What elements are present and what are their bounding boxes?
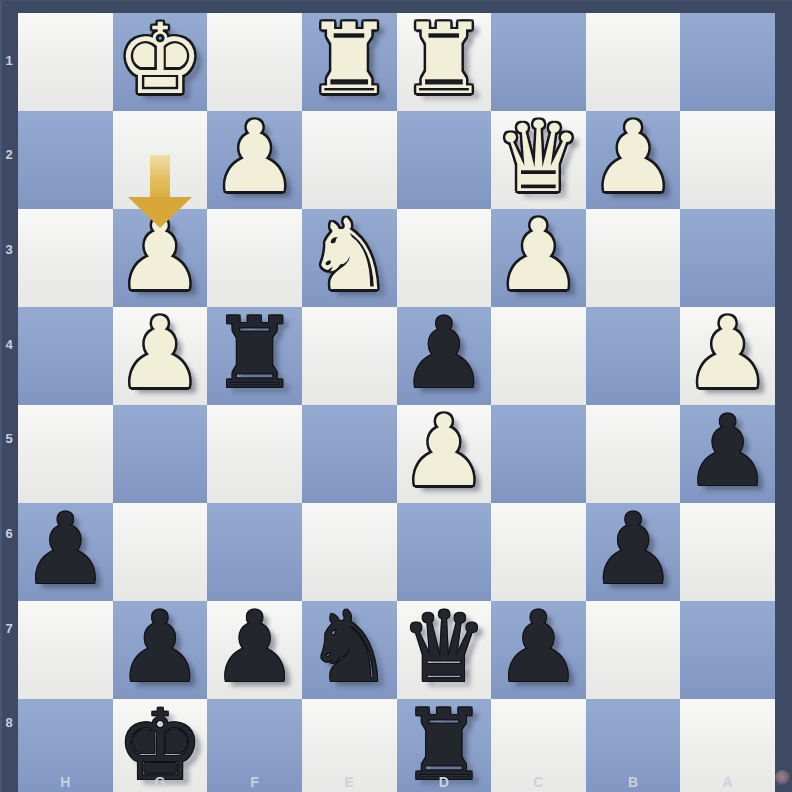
rank-label-4: 4: [0, 297, 18, 392]
file-label-e: E: [302, 772, 397, 792]
square-f2[interactable]: ♟: [207, 111, 302, 209]
piece-black-pawn[interactable]: ♟: [589, 500, 677, 598]
square-b7[interactable]: [586, 601, 681, 699]
square-b2[interactable]: ♟: [586, 111, 681, 209]
piece-white-rook[interactable]: ♜: [305, 10, 393, 108]
square-b4[interactable]: [586, 307, 681, 405]
square-h1[interactable]: [18, 13, 113, 111]
square-b1[interactable]: [586, 13, 681, 111]
square-c1[interactable]: [491, 13, 586, 111]
square-b5[interactable]: [586, 405, 681, 503]
piece-black-queen[interactable]: ♛: [400, 598, 488, 696]
square-h4[interactable]: [18, 307, 113, 405]
file-label-b: B: [586, 772, 681, 792]
chess-board: ♚♜♜♟♛♟♟♞♟♟♜♟♟♟♟♟♟♟♟♞♛♟♚♜: [18, 13, 775, 770]
square-f7[interactable]: ♟: [207, 601, 302, 699]
file-label-a: A: [680, 772, 775, 792]
piece-white-queen[interactable]: ♛: [495, 108, 583, 206]
square-a4[interactable]: ♟: [680, 307, 775, 405]
piece-black-knight[interactable]: ♞: [305, 598, 393, 696]
piece-white-king[interactable]: ♚: [116, 10, 204, 108]
square-f4[interactable]: ♜: [207, 307, 302, 405]
square-h6[interactable]: ♟: [18, 503, 113, 601]
rank-label-7: 7: [0, 581, 18, 676]
square-d2[interactable]: [397, 111, 492, 209]
square-a3[interactable]: [680, 209, 775, 307]
square-h2[interactable]: [18, 111, 113, 209]
square-e7[interactable]: ♞: [302, 601, 397, 699]
piece-white-pawn[interactable]: ♟: [495, 206, 583, 304]
square-d6[interactable]: [397, 503, 492, 601]
square-g1[interactable]: ♚: [113, 13, 208, 111]
piece-black-pawn[interactable]: ♟: [116, 598, 204, 696]
square-e3[interactable]: ♞: [302, 209, 397, 307]
square-e5[interactable]: [302, 405, 397, 503]
corner-dot: [775, 770, 790, 785]
square-e1[interactable]: ♜: [302, 13, 397, 111]
square-d4[interactable]: ♟: [397, 307, 492, 405]
piece-black-pawn[interactable]: ♟: [211, 598, 299, 696]
square-h5[interactable]: [18, 405, 113, 503]
square-d7[interactable]: ♛: [397, 601, 492, 699]
piece-white-pawn[interactable]: ♟: [684, 304, 772, 402]
piece-white-pawn[interactable]: ♟: [116, 206, 204, 304]
piece-black-rook[interactable]: ♜: [211, 304, 299, 402]
square-c3[interactable]: ♟: [491, 209, 586, 307]
square-e4[interactable]: [302, 307, 397, 405]
square-c7[interactable]: ♟: [491, 601, 586, 699]
square-g2[interactable]: [113, 111, 208, 209]
square-b3[interactable]: [586, 209, 681, 307]
file-label-c: C: [491, 772, 586, 792]
piece-white-rook[interactable]: ♜: [400, 10, 488, 108]
square-g3[interactable]: ♟: [113, 209, 208, 307]
piece-black-pawn[interactable]: ♟: [21, 500, 109, 598]
piece-black-pawn[interactable]: ♟: [684, 402, 772, 500]
file-label-d: D: [397, 772, 492, 792]
square-g7[interactable]: ♟: [113, 601, 208, 699]
square-h7[interactable]: [18, 601, 113, 699]
rank-label-3: 3: [0, 202, 18, 297]
rank-label-2: 2: [0, 108, 18, 203]
square-f5[interactable]: [207, 405, 302, 503]
rank-label-8: 8: [0, 675, 18, 770]
square-a5[interactable]: ♟: [680, 405, 775, 503]
square-d3[interactable]: [397, 209, 492, 307]
square-a6[interactable]: [680, 503, 775, 601]
square-e2[interactable]: [302, 111, 397, 209]
square-f3[interactable]: [207, 209, 302, 307]
square-c4[interactable]: [491, 307, 586, 405]
file-label-f: F: [207, 772, 302, 792]
piece-white-pawn[interactable]: ♟: [589, 108, 677, 206]
piece-white-pawn[interactable]: ♟: [116, 304, 204, 402]
square-c5[interactable]: [491, 405, 586, 503]
piece-white-pawn[interactable]: ♟: [400, 402, 488, 500]
piece-black-pawn[interactable]: ♟: [400, 304, 488, 402]
square-g6[interactable]: [113, 503, 208, 601]
file-label-g: G: [113, 772, 208, 792]
square-a7[interactable]: [680, 601, 775, 699]
square-a1[interactable]: [680, 13, 775, 111]
piece-black-pawn[interactable]: ♟: [495, 598, 583, 696]
square-g4[interactable]: ♟: [113, 307, 208, 405]
file-label-h: H: [18, 772, 113, 792]
square-d5[interactable]: ♟: [397, 405, 492, 503]
square-a2[interactable]: [680, 111, 775, 209]
rank-label-1: 1: [0, 13, 18, 108]
piece-white-knight[interactable]: ♞: [305, 206, 393, 304]
square-f6[interactable]: [207, 503, 302, 601]
piece-white-pawn[interactable]: ♟: [211, 108, 299, 206]
square-c2[interactable]: ♛: [491, 111, 586, 209]
square-d1[interactable]: ♜: [397, 13, 492, 111]
square-b6[interactable]: ♟: [586, 503, 681, 601]
square-c6[interactable]: [491, 503, 586, 601]
square-f1[interactable]: [207, 13, 302, 111]
rank-label-6: 6: [0, 486, 18, 581]
square-h3[interactable]: [18, 209, 113, 307]
rank-label-5: 5: [0, 392, 18, 487]
square-e6[interactable]: [302, 503, 397, 601]
chess-board-frame: ♚♜♜♟♛♟♟♞♟♟♜♟♟♟♟♟♟♟♟♞♛♟♚♜ 12345678 HGFEDC…: [0, 0, 792, 792]
square-g5[interactable]: [113, 405, 208, 503]
